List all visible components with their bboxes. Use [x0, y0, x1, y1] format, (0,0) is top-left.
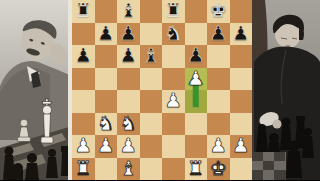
- square-d4: [140, 90, 163, 113]
- square-f6: ♟: [185, 45, 208, 68]
- piece-wP-h2: ♟: [230, 135, 253, 158]
- piece-bP-b7: ♟: [95, 23, 118, 46]
- piece-wK-g1: ♚: [207, 158, 230, 181]
- square-d6: ♝: [140, 45, 163, 68]
- square-f7: [185, 23, 208, 46]
- piece-bR-e8: ♜: [162, 0, 185, 23]
- square-g7: ♟: [207, 23, 230, 46]
- square-e4: ♟: [162, 90, 185, 113]
- square-a1: ♜: [72, 158, 95, 181]
- square-h2: ♟: [230, 135, 253, 158]
- square-g4: [207, 90, 230, 113]
- piece-bP-g7: ♟: [207, 23, 230, 46]
- square-c2: ♟: [117, 135, 140, 158]
- square-c5: [117, 68, 140, 91]
- video-frame: ♜♝♜♚♟♟♞♟♟♟♟♝♟♟♟♞♞♟♟♟♟♟♜♝♜♚: [0, 0, 320, 180]
- square-e7: ♞: [162, 23, 185, 46]
- square-f2: [185, 135, 208, 158]
- piece-bN-e7: ♞: [162, 23, 185, 46]
- piece-bP-c7: ♟: [117, 23, 140, 46]
- square-e6: [162, 45, 185, 68]
- square-h6: [230, 45, 253, 68]
- piece-wP-g2: ♟: [207, 135, 230, 158]
- square-d3: [140, 113, 163, 136]
- square-b1: [95, 158, 118, 181]
- square-a4: [72, 90, 95, 113]
- square-f4: [185, 90, 208, 113]
- piece-wR-f1: ♜: [185, 158, 208, 181]
- piece-wR-a1: ♜: [72, 158, 95, 181]
- piece-bR-a8: ♜: [72, 0, 95, 23]
- chess-board: ♜♝♜♚♟♟♞♟♟♟♟♝♟♟♟♞♞♟♟♟♟♟♜♝♜♚: [72, 0, 252, 180]
- square-b5: [95, 68, 118, 91]
- square-c8: ♝: [117, 0, 140, 23]
- square-b6: [95, 45, 118, 68]
- square-c1: ♝: [117, 158, 140, 181]
- square-g6: [207, 45, 230, 68]
- square-e8: ♜: [162, 0, 185, 23]
- piece-bK-g8: ♚: [207, 0, 230, 23]
- square-b4: [95, 90, 118, 113]
- square-f1: ♜: [185, 158, 208, 181]
- photo-chessboard: [252, 152, 286, 180]
- photo-lasker: [0, 0, 72, 180]
- square-h8: [230, 0, 253, 23]
- square-a6: ♟: [72, 45, 95, 68]
- square-d2: [140, 135, 163, 158]
- square-c4: [117, 90, 140, 113]
- square-f3: [185, 113, 208, 136]
- square-g3: [207, 113, 230, 136]
- square-h3: [230, 113, 253, 136]
- square-g5: [207, 68, 230, 91]
- piece-wB-c1: ♝: [117, 158, 140, 181]
- square-g2: ♟: [207, 135, 230, 158]
- lasker-portrait-illustration: [0, 0, 72, 180]
- square-e5: [162, 68, 185, 91]
- piece-bP-h7: ♟: [230, 23, 253, 46]
- capablanca-portrait-illustration: [252, 0, 320, 180]
- square-h7: ♟: [230, 23, 253, 46]
- piece-wP-e4: ♟: [162, 90, 185, 113]
- piece-bP-f6: ♟: [185, 45, 208, 68]
- piece-wN-b3: ♞: [95, 113, 118, 136]
- square-c3: ♞: [117, 113, 140, 136]
- square-d1: [140, 158, 163, 181]
- piece-wP-b2: ♟: [95, 135, 118, 158]
- square-c6: ♟: [117, 45, 140, 68]
- square-b7: ♟: [95, 23, 118, 46]
- square-b8: [95, 0, 118, 23]
- piece-bB-d6: ♝: [140, 45, 163, 68]
- square-d8: [140, 0, 163, 23]
- square-a7: [72, 23, 95, 46]
- square-c7: ♟: [117, 23, 140, 46]
- square-b3: ♞: [95, 113, 118, 136]
- square-d5: [140, 68, 163, 91]
- piece-wP-f5: ♟: [185, 68, 208, 91]
- square-d7: [140, 23, 163, 46]
- square-g1: ♚: [207, 158, 230, 181]
- square-e3: [162, 113, 185, 136]
- photo-capablanca: [252, 0, 320, 180]
- square-f8: [185, 0, 208, 23]
- piece-wP-c2: ♟: [117, 135, 140, 158]
- square-h1: [230, 158, 253, 181]
- square-a3: [72, 113, 95, 136]
- square-g8: ♚: [207, 0, 230, 23]
- square-a5: [72, 68, 95, 91]
- piece-wP-a2: ♟: [72, 135, 95, 158]
- square-a8: ♜: [72, 0, 95, 23]
- piece-wN-c3: ♞: [117, 113, 140, 136]
- square-a2: ♟: [72, 135, 95, 158]
- square-b2: ♟: [95, 135, 118, 158]
- piece-bP-a6: ♟: [72, 45, 95, 68]
- square-f5: ♟: [185, 68, 208, 91]
- square-e2: [162, 135, 185, 158]
- piece-bP-c6: ♟: [117, 45, 140, 68]
- square-h5: [230, 68, 253, 91]
- square-h4: [230, 90, 253, 113]
- square-e1: [162, 158, 185, 181]
- piece-bB-c8: ♝: [117, 0, 140, 23]
